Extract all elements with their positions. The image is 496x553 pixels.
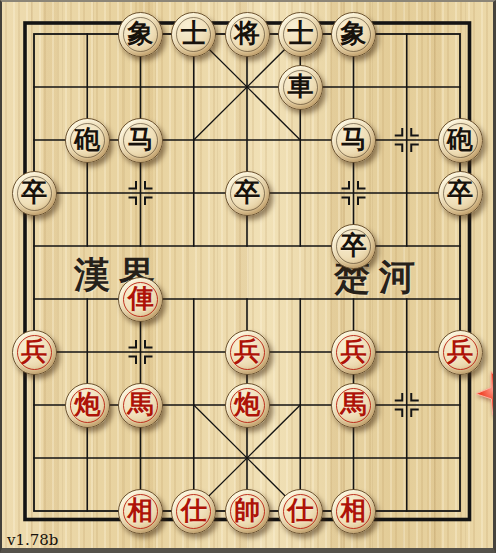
piece-glyph: 兵 (447, 338, 473, 364)
board-cell[interactable] (167, 379, 220, 432)
board-cell[interactable] (7, 61, 60, 114)
board-cell[interactable]: 士 (274, 8, 327, 61)
board-cell[interactable]: 砲 (433, 114, 486, 167)
board-cell[interactable] (220, 114, 273, 167)
board-cell[interactable] (61, 8, 114, 61)
piece-black-horse[interactable]: 马 (118, 118, 163, 163)
version-label: v1.78b (7, 531, 58, 549)
piece-glyph: 兵 (341, 338, 367, 364)
piece-glyph: 炮 (74, 391, 100, 417)
piece-glyph: 将 (234, 20, 260, 46)
board-cell[interactable] (433, 432, 486, 485)
board-grid: 象士将士象車砲马马砲卒卒卒卒俥兵兵兵兵炮馬炮馬相仕帥仕相 (7, 8, 486, 538)
board-cell[interactable] (274, 273, 327, 326)
board-cell[interactable] (167, 273, 220, 326)
board-cell[interactable] (433, 379, 486, 432)
piece-red-soldier[interactable]: 兵 (12, 330, 57, 375)
board-cell[interactable]: 卒 (7, 167, 60, 220)
piece-glyph: 马 (128, 126, 154, 152)
board-cell[interactable] (380, 8, 433, 61)
piece-glyph: 砲 (74, 126, 100, 152)
piece-glyph: 仕 (287, 497, 313, 523)
piece-black-cannon[interactable]: 砲 (438, 118, 483, 163)
board-cell[interactable] (167, 61, 220, 114)
board-cell[interactable]: 卒 (220, 167, 273, 220)
board-cell[interactable]: 仕 (167, 485, 220, 538)
board-cell[interactable] (61, 61, 114, 114)
board-cell[interactable]: 将 (220, 8, 273, 61)
piece-black-general[interactable]: 将 (225, 12, 270, 57)
piece-glyph: 象 (128, 20, 154, 46)
board-cell[interactable] (274, 432, 327, 485)
board-cell[interactable]: 兵 (433, 326, 486, 379)
board-cell[interactable] (380, 220, 433, 273)
piece-glyph: 卒 (234, 179, 260, 205)
board-cell[interactable] (433, 220, 486, 273)
board-cell[interactable] (7, 432, 60, 485)
piece-glyph: 象 (341, 20, 367, 46)
piece-glyph: 卒 (447, 179, 473, 205)
piece-glyph: 帥 (234, 497, 260, 523)
board-cell[interactable] (274, 114, 327, 167)
board-cell[interactable] (7, 114, 60, 167)
board-cell[interactable]: 象 (327, 8, 380, 61)
board-cell[interactable] (114, 61, 167, 114)
piece-glyph: 砲 (447, 126, 473, 152)
board-cell[interactable] (380, 114, 433, 167)
piece-glyph: 马 (341, 126, 367, 152)
piece-glyph: 仕 (181, 497, 207, 523)
piece-glyph: 卒 (341, 232, 367, 258)
board-cell[interactable] (274, 167, 327, 220)
board-cell[interactable] (274, 379, 327, 432)
board-cell[interactable]: 仕 (274, 485, 327, 538)
piece-glyph: 相 (128, 497, 154, 523)
piece-black-advisor[interactable]: 士 (171, 12, 216, 57)
board-cell[interactable] (274, 326, 327, 379)
board-cell[interactable] (220, 273, 273, 326)
board-cell[interactable] (114, 220, 167, 273)
board-cell[interactable]: 卒 (433, 167, 486, 220)
board-cell[interactable] (167, 432, 220, 485)
piece-glyph: 兵 (21, 338, 47, 364)
board-cell[interactable] (7, 379, 60, 432)
board-cell[interactable]: 马 (327, 114, 380, 167)
piece-glyph: 俥 (128, 285, 154, 311)
piece-glyph: 卒 (21, 179, 47, 205)
board-cell[interactable] (7, 220, 60, 273)
board-cell[interactable]: 马 (114, 114, 167, 167)
piece-black-elephant[interactable]: 象 (331, 12, 376, 57)
board-cell[interactable]: 兵 (327, 326, 380, 379)
board-cell[interactable] (380, 326, 433, 379)
board-cell[interactable] (327, 167, 380, 220)
piece-black-chariot[interactable]: 車 (278, 65, 323, 110)
xiangqi-app-window: 漢界 楚河 象士将士象車砲马马砲卒卒卒卒俥兵兵兵兵炮馬炮馬相仕帥仕相 v1.78… (0, 0, 496, 553)
piece-red-soldier[interactable]: 兵 (331, 330, 376, 375)
board-cell[interactable]: 俥 (114, 273, 167, 326)
board-cell[interactable] (114, 167, 167, 220)
piece-black-soldier[interactable]: 卒 (12, 171, 57, 216)
board-cell[interactable] (380, 485, 433, 538)
board-cell[interactable] (274, 220, 327, 273)
piece-red-advisor[interactable]: 仕 (278, 489, 323, 534)
board-cell[interactable] (114, 432, 167, 485)
board-cell[interactable] (380, 167, 433, 220)
board-cell[interactable] (433, 485, 486, 538)
board-cell[interactable] (61, 220, 114, 273)
piece-glyph: 士 (287, 20, 313, 46)
piece-red-cannon[interactable]: 炮 (225, 383, 270, 428)
piece-black-soldier[interactable]: 卒 (225, 171, 270, 216)
board-cell[interactable] (380, 273, 433, 326)
piece-red-soldier[interactable]: 兵 (438, 330, 483, 375)
piece-black-advisor[interactable]: 士 (278, 12, 323, 57)
board-cell[interactable] (220, 61, 273, 114)
board-cell[interactable]: 象 (114, 8, 167, 61)
piece-black-soldier[interactable]: 卒 (331, 224, 376, 269)
piece-glyph: 馬 (341, 391, 367, 417)
board-cell[interactable] (380, 379, 433, 432)
piece-glyph: 炮 (234, 391, 260, 417)
board-cell[interactable]: 炮 (61, 379, 114, 432)
board-cell[interactable] (327, 61, 380, 114)
board-cell[interactable] (167, 167, 220, 220)
board-cell[interactable]: 兵 (7, 326, 60, 379)
board-cell[interactable]: 卒 (327, 220, 380, 273)
board-cell[interactable]: 士 (167, 8, 220, 61)
board-cell[interactable]: 炮 (220, 379, 273, 432)
board-cell[interactable] (433, 273, 486, 326)
piece-red-soldier[interactable]: 兵 (225, 330, 270, 375)
piece-red-chariot[interactable]: 俥 (118, 277, 163, 322)
piece-glyph: 車 (287, 73, 313, 99)
board-cell[interactable] (167, 220, 220, 273)
piece-red-advisor[interactable]: 仕 (171, 489, 216, 534)
board-cell[interactable] (61, 432, 114, 485)
board-cell[interactable]: 相 (114, 485, 167, 538)
board-cell[interactable] (380, 61, 433, 114)
piece-red-elephant[interactable]: 相 (118, 489, 163, 534)
piece-glyph: 馬 (128, 391, 154, 417)
board-cell[interactable] (167, 326, 220, 379)
board-cell[interactable] (61, 485, 114, 538)
board-cell[interactable]: 砲 (61, 114, 114, 167)
piece-red-horse[interactable]: 馬 (118, 383, 163, 428)
board-cell[interactable]: 車 (274, 61, 327, 114)
piece-red-elephant[interactable]: 相 (331, 489, 376, 534)
board-cell[interactable]: 帥 (220, 485, 273, 538)
board-cell[interactable]: 相 (327, 485, 380, 538)
board-cell[interactable] (327, 273, 380, 326)
piece-red-general[interactable]: 帥 (225, 489, 270, 534)
board-cell[interactable] (380, 432, 433, 485)
piece-glyph: 兵 (234, 338, 260, 364)
board-cell[interactable] (433, 8, 486, 61)
piece-glyph: 士 (181, 20, 207, 46)
piece-black-soldier[interactable]: 卒 (438, 171, 483, 216)
piece-black-horse[interactable]: 马 (331, 118, 376, 163)
board-cell[interactable] (61, 167, 114, 220)
piece-black-cannon[interactable]: 砲 (65, 118, 110, 163)
board-cell[interactable] (7, 485, 60, 538)
piece-red-horse[interactable]: 馬 (331, 383, 376, 428)
board-cell[interactable] (220, 432, 273, 485)
board-cell[interactable] (61, 273, 114, 326)
board-cell[interactable] (61, 326, 114, 379)
board-cell[interactable] (7, 273, 60, 326)
board-cell[interactable]: 馬 (327, 379, 380, 432)
board-cell[interactable] (327, 432, 380, 485)
board-cell[interactable]: 兵 (220, 326, 273, 379)
piece-glyph: 相 (341, 497, 367, 523)
board-cell[interactable] (167, 114, 220, 167)
piece-black-elephant[interactable]: 象 (118, 12, 163, 57)
board-cell[interactable] (433, 61, 486, 114)
board-cell[interactable] (114, 326, 167, 379)
board-cell[interactable]: 馬 (114, 379, 167, 432)
piece-red-cannon[interactable]: 炮 (65, 383, 110, 428)
board-cell[interactable] (220, 220, 273, 273)
board-cell[interactable] (7, 8, 60, 61)
